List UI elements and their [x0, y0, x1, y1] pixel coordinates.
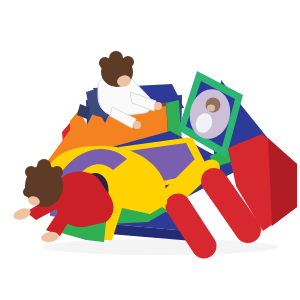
product-photo — [0, 0, 300, 300]
red-wedge-side — [268, 138, 297, 226]
climber-right-hand — [154, 102, 162, 110]
crawler-hair-curl — [37, 159, 51, 173]
climber-hair-curl — [122, 56, 134, 68]
soft-play-set-illustration — [0, 0, 300, 300]
climber-left-hand — [133, 121, 141, 129]
crawler-hair-curl — [51, 166, 63, 178]
crawler-left-hand — [12, 206, 32, 222]
crawler-hair-curl — [25, 166, 37, 178]
mirror-reflection-face — [207, 105, 215, 112]
crawler-hair-curl — [23, 187, 33, 197]
climber-hair-curl — [109, 51, 123, 65]
